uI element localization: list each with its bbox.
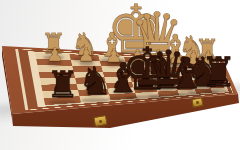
pawn-glyph: ♟ bbox=[45, 45, 64, 64]
piece-white-pawn-h2[interactable]: ♟ bbox=[45, 45, 64, 64]
latch-pin bbox=[196, 101, 199, 104]
chess-set-photo: ♜♞♝♛♚♝♞♜♟♟♟♟♟♟♟♟♟♟♟♟♟♟♟♟♜♞♝♛♚♝♞♜ bbox=[0, 0, 240, 150]
piece-black-rook-a8[interactable]: ♜ bbox=[198, 52, 239, 93]
latch-pin bbox=[99, 119, 102, 122]
brass-latch-right[interactable] bbox=[191, 97, 203, 108]
rook-glyph: ♜ bbox=[198, 52, 239, 93]
